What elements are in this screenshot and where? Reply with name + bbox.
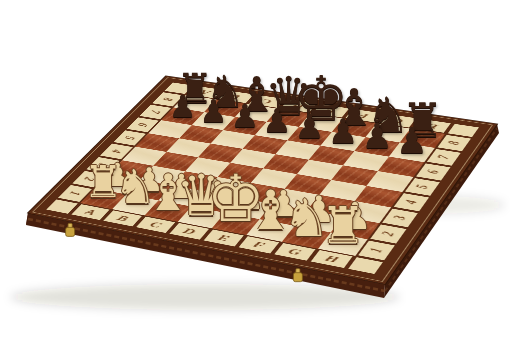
black-pawn[interactable]: ♟ <box>328 114 359 148</box>
black-pawn[interactable]: ♟ <box>396 124 428 160</box>
photo-stage: ABCDEFGH8877665544332211ABCDEFGH ♜♞♝♛♚♝♞… <box>0 0 510 340</box>
black-pawn[interactable]: ♟ <box>361 119 392 154</box>
pieces-layer: ♜♞♝♛♚♝♞♜♟♟♟♟♟♟♟♟♟♟♟♟♟♟♟♟♜♞♝♛♚♝♞♜ <box>0 0 510 340</box>
black-pawn[interactable]: ♟ <box>199 96 227 127</box>
black-pawn[interactable]: ♟ <box>295 109 325 142</box>
white-rook[interactable]: ♜ <box>320 201 366 252</box>
black-pawn[interactable]: ♟ <box>230 100 259 132</box>
black-pawn[interactable]: ♟ <box>169 91 197 122</box>
black-pawn[interactable]: ♟ <box>262 105 291 138</box>
